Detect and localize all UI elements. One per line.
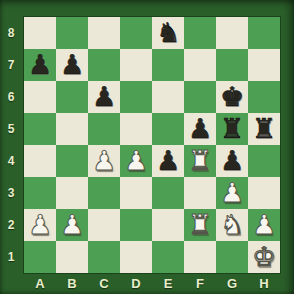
square-c1[interactable] xyxy=(88,241,120,273)
square-h5[interactable]: ♜ xyxy=(248,113,280,145)
square-b7[interactable]: ♟ xyxy=(56,49,88,81)
square-b4[interactable] xyxy=(56,145,88,177)
file-label-a: A xyxy=(24,273,56,294)
rank-label-7: 7 xyxy=(0,49,22,81)
piece-black-pawn[interactable]: ♟ xyxy=(60,51,84,78)
file-label-h: H xyxy=(248,273,280,294)
piece-black-pawn[interactable]: ♟ xyxy=(28,51,52,78)
square-f4[interactable]: ♜ xyxy=(184,145,216,177)
piece-black-rook[interactable]: ♜ xyxy=(252,115,276,142)
square-d3[interactable] xyxy=(120,177,152,209)
file-labels: ABCDEFGH xyxy=(24,273,280,294)
square-b3[interactable] xyxy=(56,177,88,209)
rank-label-3: 3 xyxy=(0,177,22,209)
square-g3[interactable]: ♟ xyxy=(216,177,248,209)
square-c3[interactable] xyxy=(88,177,120,209)
square-f1[interactable] xyxy=(184,241,216,273)
square-e1[interactable] xyxy=(152,241,184,273)
square-h4[interactable] xyxy=(248,145,280,177)
piece-white-pawn[interactable]: ♟ xyxy=(28,211,52,238)
square-c8[interactable] xyxy=(88,17,120,49)
square-g7[interactable] xyxy=(216,49,248,81)
square-e8[interactable]: ♞ xyxy=(152,17,184,49)
square-a4[interactable] xyxy=(24,145,56,177)
square-g6[interactable]: ♚ xyxy=(216,81,248,113)
square-h2[interactable]: ♟ xyxy=(248,209,280,241)
board[interactable]: ♞♟♟♟♚♟♜♜♟♟♟♜♟♟♟♟♜♞♟♚ xyxy=(24,17,280,273)
square-e6[interactable] xyxy=(152,81,184,113)
square-a3[interactable] xyxy=(24,177,56,209)
rank-label-2: 2 xyxy=(0,209,22,241)
square-c5[interactable] xyxy=(88,113,120,145)
square-e5[interactable] xyxy=(152,113,184,145)
square-f8[interactable] xyxy=(184,17,216,49)
square-c7[interactable] xyxy=(88,49,120,81)
square-g2[interactable]: ♞ xyxy=(216,209,248,241)
square-a1[interactable] xyxy=(24,241,56,273)
piece-white-king[interactable]: ♚ xyxy=(252,243,276,270)
square-f7[interactable] xyxy=(184,49,216,81)
piece-white-pawn[interactable]: ♟ xyxy=(60,211,84,238)
square-g4[interactable]: ♟ xyxy=(216,145,248,177)
rank-label-1: 1 xyxy=(0,241,22,273)
square-h6[interactable] xyxy=(248,81,280,113)
rank-label-8: 8 xyxy=(0,17,22,49)
square-f5[interactable]: ♟ xyxy=(184,113,216,145)
square-d6[interactable] xyxy=(120,81,152,113)
piece-black-pawn[interactable]: ♟ xyxy=(220,147,244,174)
piece-black-pawn[interactable]: ♟ xyxy=(156,147,180,174)
piece-black-knight[interactable]: ♞ xyxy=(156,19,180,46)
square-e2[interactable] xyxy=(152,209,184,241)
square-d2[interactable] xyxy=(120,209,152,241)
square-a8[interactable] xyxy=(24,17,56,49)
file-label-e: E xyxy=(152,273,184,294)
square-a6[interactable] xyxy=(24,81,56,113)
square-d8[interactable] xyxy=(120,17,152,49)
file-label-g: G xyxy=(216,273,248,294)
square-a5[interactable] xyxy=(24,113,56,145)
square-h3[interactable] xyxy=(248,177,280,209)
square-a2[interactable]: ♟ xyxy=(24,209,56,241)
square-d4[interactable]: ♟ xyxy=(120,145,152,177)
file-label-b: B xyxy=(56,273,88,294)
rank-labels: 87654321 xyxy=(0,17,22,273)
square-d7[interactable] xyxy=(120,49,152,81)
square-b1[interactable] xyxy=(56,241,88,273)
square-g1[interactable] xyxy=(216,241,248,273)
square-d1[interactable] xyxy=(120,241,152,273)
square-g5[interactable]: ♜ xyxy=(216,113,248,145)
piece-white-pawn[interactable]: ♟ xyxy=(124,147,148,174)
square-e7[interactable] xyxy=(152,49,184,81)
square-f2[interactable]: ♜ xyxy=(184,209,216,241)
piece-black-pawn[interactable]: ♟ xyxy=(92,83,116,110)
square-f3[interactable] xyxy=(184,177,216,209)
rank-label-6: 6 xyxy=(0,81,22,113)
file-label-c: C xyxy=(88,273,120,294)
square-h1[interactable]: ♚ xyxy=(248,241,280,273)
square-d5[interactable] xyxy=(120,113,152,145)
square-b8[interactable] xyxy=(56,17,88,49)
square-b5[interactable] xyxy=(56,113,88,145)
square-e4[interactable]: ♟ xyxy=(152,145,184,177)
rank-label-4: 4 xyxy=(0,145,22,177)
piece-black-pawn[interactable]: ♟ xyxy=(188,115,212,142)
square-c6[interactable]: ♟ xyxy=(88,81,120,113)
square-a7[interactable]: ♟ xyxy=(24,49,56,81)
square-g8[interactable] xyxy=(216,17,248,49)
square-h7[interactable] xyxy=(248,49,280,81)
piece-white-pawn[interactable]: ♟ xyxy=(252,211,276,238)
piece-black-king[interactable]: ♚ xyxy=(220,83,244,110)
square-h8[interactable] xyxy=(248,17,280,49)
square-b6[interactable] xyxy=(56,81,88,113)
square-b2[interactable]: ♟ xyxy=(56,209,88,241)
piece-black-rook[interactable]: ♜ xyxy=(220,115,244,142)
file-label-f: F xyxy=(184,273,216,294)
chessboard-frame: 87654321 ♞♟♟♟♚♟♜♜♟♟♟♜♟♟♟♟♜♞♟♚ ABCDEFGH xyxy=(0,0,294,294)
square-c4[interactable]: ♟ xyxy=(88,145,120,177)
piece-white-rook[interactable]: ♜ xyxy=(188,147,212,174)
square-e3[interactable] xyxy=(152,177,184,209)
piece-white-rook[interactable]: ♜ xyxy=(188,211,212,238)
piece-white-pawn[interactable]: ♟ xyxy=(220,179,244,206)
piece-white-pawn[interactable]: ♟ xyxy=(92,147,116,174)
square-f6[interactable] xyxy=(184,81,216,113)
rank-label-5: 5 xyxy=(0,113,22,145)
piece-white-knight[interactable]: ♞ xyxy=(220,211,244,238)
square-c2[interactable] xyxy=(88,209,120,241)
file-label-d: D xyxy=(120,273,152,294)
